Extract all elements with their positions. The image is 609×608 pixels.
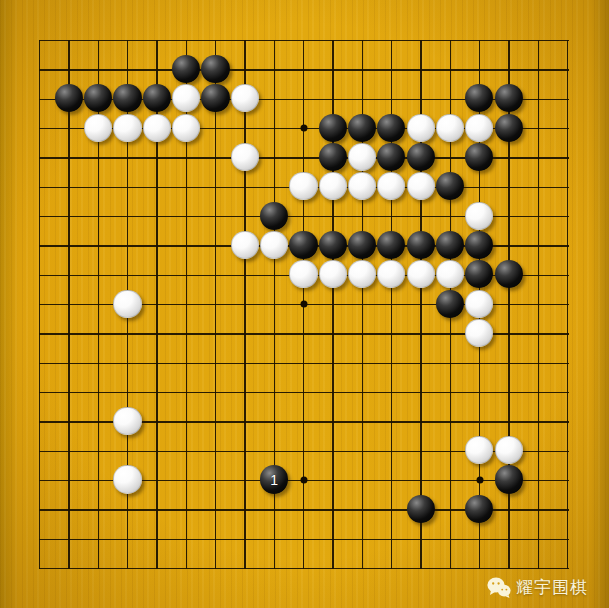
intersection-t6[interactable] bbox=[553, 406, 582, 435]
intersection-o15[interactable] bbox=[406, 142, 435, 171]
intersection-f17[interactable] bbox=[171, 84, 200, 113]
intersection-a3[interactable] bbox=[25, 494, 54, 523]
intersection-g4[interactable] bbox=[201, 465, 230, 494]
intersection-t14[interactable] bbox=[553, 172, 582, 201]
intersection-o4[interactable] bbox=[406, 465, 435, 494]
intersection-h16[interactable] bbox=[230, 113, 259, 142]
intersection-t17[interactable] bbox=[553, 84, 582, 113]
intersection-g14[interactable] bbox=[201, 172, 230, 201]
black-stone[interactable] bbox=[465, 495, 493, 523]
intersection-b5[interactable] bbox=[54, 436, 83, 465]
black-stone[interactable] bbox=[495, 84, 523, 112]
intersection-d5[interactable] bbox=[113, 436, 142, 465]
intersection-d2[interactable] bbox=[113, 524, 142, 553]
intersection-a18[interactable] bbox=[25, 54, 54, 83]
black-stone[interactable] bbox=[319, 114, 347, 142]
black-stone[interactable] bbox=[84, 84, 112, 112]
intersection-n2[interactable] bbox=[377, 524, 406, 553]
intersection-e1[interactable] bbox=[142, 553, 171, 582]
intersection-c13[interactable] bbox=[83, 201, 112, 230]
intersection-a1[interactable] bbox=[25, 553, 54, 582]
intersection-b12[interactable] bbox=[54, 230, 83, 259]
intersection-s7[interactable] bbox=[523, 377, 552, 406]
intersection-l9[interactable] bbox=[318, 318, 347, 347]
intersection-j12[interactable] bbox=[259, 230, 288, 259]
intersection-g11[interactable] bbox=[201, 260, 230, 289]
intersection-j1[interactable] bbox=[259, 553, 288, 582]
white-stone[interactable] bbox=[113, 407, 141, 435]
intersection-o1[interactable] bbox=[406, 553, 435, 582]
intersection-l16[interactable] bbox=[318, 113, 347, 142]
intersection-d10[interactable] bbox=[113, 289, 142, 318]
intersection-r4[interactable] bbox=[494, 465, 523, 494]
intersection-h9[interactable] bbox=[230, 318, 259, 347]
intersection-a10[interactable] bbox=[25, 289, 54, 318]
intersection-f5[interactable] bbox=[171, 436, 200, 465]
intersection-c18[interactable] bbox=[83, 54, 112, 83]
intersection-l1[interactable] bbox=[318, 553, 347, 582]
intersection-o14[interactable] bbox=[406, 172, 435, 201]
intersection-c7[interactable] bbox=[83, 377, 112, 406]
intersection-k4[interactable] bbox=[289, 465, 318, 494]
intersection-c6[interactable] bbox=[83, 406, 112, 435]
intersection-d11[interactable] bbox=[113, 260, 142, 289]
intersection-o16[interactable] bbox=[406, 113, 435, 142]
intersection-l19[interactable] bbox=[318, 25, 347, 54]
intersection-r17[interactable] bbox=[494, 84, 523, 113]
intersection-b7[interactable] bbox=[54, 377, 83, 406]
intersection-c14[interactable] bbox=[83, 172, 112, 201]
intersection-p11[interactable] bbox=[435, 260, 464, 289]
intersection-m15[interactable] bbox=[347, 142, 376, 171]
intersection-g1[interactable] bbox=[201, 553, 230, 582]
intersection-s13[interactable] bbox=[523, 201, 552, 230]
intersection-l13[interactable] bbox=[318, 201, 347, 230]
intersection-p2[interactable] bbox=[435, 524, 464, 553]
intersection-r18[interactable] bbox=[494, 54, 523, 83]
intersection-o6[interactable] bbox=[406, 406, 435, 435]
intersection-k1[interactable] bbox=[289, 553, 318, 582]
intersection-e11[interactable] bbox=[142, 260, 171, 289]
intersection-s12[interactable] bbox=[523, 230, 552, 259]
intersection-m14[interactable] bbox=[347, 172, 376, 201]
intersection-b2[interactable] bbox=[54, 524, 83, 553]
intersection-r12[interactable] bbox=[494, 230, 523, 259]
white-stone[interactable] bbox=[377, 172, 405, 200]
intersection-c17[interactable] bbox=[83, 84, 112, 113]
intersection-p16[interactable] bbox=[435, 113, 464, 142]
intersection-c2[interactable] bbox=[83, 524, 112, 553]
intersection-p9[interactable] bbox=[435, 318, 464, 347]
intersection-a9[interactable] bbox=[25, 318, 54, 347]
intersection-f6[interactable] bbox=[171, 406, 200, 435]
intersection-p17[interactable] bbox=[435, 84, 464, 113]
intersection-q6[interactable] bbox=[465, 406, 494, 435]
intersection-o18[interactable] bbox=[406, 54, 435, 83]
intersection-f19[interactable] bbox=[171, 25, 200, 54]
intersection-n15[interactable] bbox=[377, 142, 406, 171]
intersection-f16[interactable] bbox=[171, 113, 200, 142]
intersection-e17[interactable] bbox=[142, 84, 171, 113]
intersection-d18[interactable] bbox=[113, 54, 142, 83]
intersection-q8[interactable] bbox=[465, 348, 494, 377]
intersection-h13[interactable] bbox=[230, 201, 259, 230]
intersection-m9[interactable] bbox=[347, 318, 376, 347]
intersection-e14[interactable] bbox=[142, 172, 171, 201]
move-1-black-stone[interactable]: 1 bbox=[260, 465, 288, 493]
black-stone[interactable] bbox=[407, 495, 435, 523]
intersection-g10[interactable] bbox=[201, 289, 230, 318]
intersection-h11[interactable] bbox=[230, 260, 259, 289]
intersection-t8[interactable] bbox=[553, 348, 582, 377]
intersection-p6[interactable] bbox=[435, 406, 464, 435]
intersection-o13[interactable] bbox=[406, 201, 435, 230]
intersection-d12[interactable] bbox=[113, 230, 142, 259]
white-stone[interactable] bbox=[231, 143, 259, 171]
intersection-d8[interactable] bbox=[113, 348, 142, 377]
intersection-q3[interactable] bbox=[465, 494, 494, 523]
intersection-k12[interactable] bbox=[289, 230, 318, 259]
black-stone[interactable] bbox=[201, 55, 229, 83]
intersection-h5[interactable] bbox=[230, 436, 259, 465]
intersection-l11[interactable] bbox=[318, 260, 347, 289]
intersection-p13[interactable] bbox=[435, 201, 464, 230]
intersection-h8[interactable] bbox=[230, 348, 259, 377]
intersection-e15[interactable] bbox=[142, 142, 171, 171]
intersection-l5[interactable] bbox=[318, 436, 347, 465]
intersection-k13[interactable] bbox=[289, 201, 318, 230]
intersection-h1[interactable] bbox=[230, 553, 259, 582]
go-board[interactable]: 1 bbox=[25, 25, 582, 582]
intersection-b1[interactable] bbox=[54, 553, 83, 582]
intersection-q7[interactable] bbox=[465, 377, 494, 406]
intersection-t3[interactable] bbox=[553, 494, 582, 523]
intersection-e18[interactable] bbox=[142, 54, 171, 83]
intersection-b4[interactable] bbox=[54, 465, 83, 494]
intersection-a13[interactable] bbox=[25, 201, 54, 230]
intersection-n10[interactable] bbox=[377, 289, 406, 318]
intersection-j8[interactable] bbox=[259, 348, 288, 377]
intersection-a2[interactable] bbox=[25, 524, 54, 553]
intersection-t11[interactable] bbox=[553, 260, 582, 289]
white-stone[interactable] bbox=[465, 436, 493, 464]
intersection-r19[interactable] bbox=[494, 25, 523, 54]
intersection-s9[interactable] bbox=[523, 318, 552, 347]
intersection-f10[interactable] bbox=[171, 289, 200, 318]
intersection-e19[interactable] bbox=[142, 25, 171, 54]
intersection-f7[interactable] bbox=[171, 377, 200, 406]
intersection-r2[interactable] bbox=[494, 524, 523, 553]
intersection-d1[interactable] bbox=[113, 553, 142, 582]
intersection-a5[interactable] bbox=[25, 436, 54, 465]
intersection-m8[interactable] bbox=[347, 348, 376, 377]
intersection-k9[interactable] bbox=[289, 318, 318, 347]
intersection-j17[interactable] bbox=[259, 84, 288, 113]
intersection-e3[interactable] bbox=[142, 494, 171, 523]
intersection-o12[interactable] bbox=[406, 230, 435, 259]
intersection-h15[interactable] bbox=[230, 142, 259, 171]
intersection-l6[interactable] bbox=[318, 406, 347, 435]
intersection-q10[interactable] bbox=[465, 289, 494, 318]
intersection-m18[interactable] bbox=[347, 54, 376, 83]
intersection-s18[interactable] bbox=[523, 54, 552, 83]
intersection-t13[interactable] bbox=[553, 201, 582, 230]
white-stone[interactable] bbox=[465, 202, 493, 230]
intersection-l10[interactable] bbox=[318, 289, 347, 318]
intersection-g16[interactable] bbox=[201, 113, 230, 142]
intersection-q15[interactable] bbox=[465, 142, 494, 171]
intersection-f11[interactable] bbox=[171, 260, 200, 289]
white-stone[interactable] bbox=[319, 172, 347, 200]
white-stone[interactable] bbox=[407, 260, 435, 288]
intersection-m10[interactable] bbox=[347, 289, 376, 318]
intersection-p4[interactable] bbox=[435, 465, 464, 494]
black-stone[interactable] bbox=[348, 231, 376, 259]
intersection-p15[interactable] bbox=[435, 142, 464, 171]
intersection-b14[interactable] bbox=[54, 172, 83, 201]
intersection-o10[interactable] bbox=[406, 289, 435, 318]
intersection-f14[interactable] bbox=[171, 172, 200, 201]
intersection-h14[interactable] bbox=[230, 172, 259, 201]
black-stone[interactable] bbox=[495, 114, 523, 142]
black-stone[interactable] bbox=[436, 290, 464, 318]
intersection-m1[interactable] bbox=[347, 553, 376, 582]
intersection-d16[interactable] bbox=[113, 113, 142, 142]
intersection-n14[interactable] bbox=[377, 172, 406, 201]
intersection-l17[interactable] bbox=[318, 84, 347, 113]
intersection-c5[interactable] bbox=[83, 436, 112, 465]
intersection-s3[interactable] bbox=[523, 494, 552, 523]
intersection-g7[interactable] bbox=[201, 377, 230, 406]
intersection-n9[interactable] bbox=[377, 318, 406, 347]
intersection-m4[interactable] bbox=[347, 465, 376, 494]
intersection-a8[interactable] bbox=[25, 348, 54, 377]
intersection-c1[interactable] bbox=[83, 553, 112, 582]
intersection-q14[interactable] bbox=[465, 172, 494, 201]
intersection-h6[interactable] bbox=[230, 406, 259, 435]
black-stone[interactable] bbox=[260, 202, 288, 230]
intersection-b6[interactable] bbox=[54, 406, 83, 435]
intersection-a15[interactable] bbox=[25, 142, 54, 171]
intersection-k16[interactable] bbox=[289, 113, 318, 142]
intersection-h3[interactable] bbox=[230, 494, 259, 523]
white-stone[interactable] bbox=[231, 84, 259, 112]
intersection-r9[interactable] bbox=[494, 318, 523, 347]
intersection-p7[interactable] bbox=[435, 377, 464, 406]
intersection-m3[interactable] bbox=[347, 494, 376, 523]
black-stone[interactable] bbox=[143, 84, 171, 112]
intersection-l12[interactable] bbox=[318, 230, 347, 259]
intersection-d3[interactable] bbox=[113, 494, 142, 523]
intersection-d17[interactable] bbox=[113, 84, 142, 113]
intersection-p5[interactable] bbox=[435, 436, 464, 465]
intersection-q2[interactable] bbox=[465, 524, 494, 553]
intersection-a12[interactable] bbox=[25, 230, 54, 259]
intersection-k17[interactable] bbox=[289, 84, 318, 113]
intersection-m16[interactable] bbox=[347, 113, 376, 142]
intersection-b3[interactable] bbox=[54, 494, 83, 523]
intersection-j11[interactable] bbox=[259, 260, 288, 289]
intersection-r10[interactable] bbox=[494, 289, 523, 318]
black-stone[interactable] bbox=[377, 143, 405, 171]
black-stone[interactable] bbox=[319, 143, 347, 171]
intersection-c12[interactable] bbox=[83, 230, 112, 259]
intersection-g17[interactable] bbox=[201, 84, 230, 113]
black-stone[interactable] bbox=[465, 260, 493, 288]
intersection-b9[interactable] bbox=[54, 318, 83, 347]
intersection-d13[interactable] bbox=[113, 201, 142, 230]
intersection-l14[interactable] bbox=[318, 172, 347, 201]
intersection-q18[interactable] bbox=[465, 54, 494, 83]
white-stone[interactable] bbox=[348, 143, 376, 171]
intersection-d6[interactable] bbox=[113, 406, 142, 435]
black-stone[interactable] bbox=[436, 231, 464, 259]
intersection-e13[interactable] bbox=[142, 201, 171, 230]
intersection-c8[interactable] bbox=[83, 348, 112, 377]
intersection-m11[interactable] bbox=[347, 260, 376, 289]
intersection-b19[interactable] bbox=[54, 25, 83, 54]
intersection-n19[interactable] bbox=[377, 25, 406, 54]
white-stone[interactable] bbox=[436, 260, 464, 288]
intersection-m5[interactable] bbox=[347, 436, 376, 465]
intersection-p12[interactable] bbox=[435, 230, 464, 259]
white-stone[interactable] bbox=[465, 114, 493, 142]
intersection-m6[interactable] bbox=[347, 406, 376, 435]
intersection-f8[interactable] bbox=[171, 348, 200, 377]
white-stone[interactable] bbox=[377, 260, 405, 288]
white-stone[interactable] bbox=[465, 290, 493, 318]
intersection-q17[interactable] bbox=[465, 84, 494, 113]
intersection-g12[interactable] bbox=[201, 230, 230, 259]
intersection-e6[interactable] bbox=[142, 406, 171, 435]
intersection-r16[interactable] bbox=[494, 113, 523, 142]
intersection-f13[interactable] bbox=[171, 201, 200, 230]
intersection-t7[interactable] bbox=[553, 377, 582, 406]
intersection-a16[interactable] bbox=[25, 113, 54, 142]
intersection-o3[interactable] bbox=[406, 494, 435, 523]
intersection-k3[interactable] bbox=[289, 494, 318, 523]
intersection-f15[interactable] bbox=[171, 142, 200, 171]
intersection-g3[interactable] bbox=[201, 494, 230, 523]
intersection-d4[interactable] bbox=[113, 465, 142, 494]
intersection-a6[interactable] bbox=[25, 406, 54, 435]
black-stone[interactable] bbox=[407, 231, 435, 259]
intersection-j3[interactable] bbox=[259, 494, 288, 523]
intersection-a11[interactable] bbox=[25, 260, 54, 289]
intersection-e7[interactable] bbox=[142, 377, 171, 406]
intersection-g19[interactable] bbox=[201, 25, 230, 54]
intersection-l18[interactable] bbox=[318, 54, 347, 83]
intersection-j13[interactable] bbox=[259, 201, 288, 230]
intersection-k15[interactable] bbox=[289, 142, 318, 171]
intersection-l2[interactable] bbox=[318, 524, 347, 553]
intersection-f12[interactable] bbox=[171, 230, 200, 259]
intersection-j7[interactable] bbox=[259, 377, 288, 406]
intersection-r14[interactable] bbox=[494, 172, 523, 201]
intersection-j5[interactable] bbox=[259, 436, 288, 465]
white-stone[interactable] bbox=[407, 114, 435, 142]
intersection-t16[interactable] bbox=[553, 113, 582, 142]
intersection-k7[interactable] bbox=[289, 377, 318, 406]
intersection-b15[interactable] bbox=[54, 142, 83, 171]
intersection-k6[interactable] bbox=[289, 406, 318, 435]
intersection-c15[interactable] bbox=[83, 142, 112, 171]
intersection-j6[interactable] bbox=[259, 406, 288, 435]
intersection-s10[interactable] bbox=[523, 289, 552, 318]
white-stone[interactable] bbox=[319, 260, 347, 288]
white-stone[interactable] bbox=[143, 114, 171, 142]
black-stone[interactable] bbox=[495, 465, 523, 493]
intersection-m2[interactable] bbox=[347, 524, 376, 553]
intersection-h19[interactable] bbox=[230, 25, 259, 54]
intersection-s11[interactable] bbox=[523, 260, 552, 289]
intersection-k10[interactable] bbox=[289, 289, 318, 318]
intersection-c10[interactable] bbox=[83, 289, 112, 318]
intersection-g9[interactable] bbox=[201, 318, 230, 347]
intersection-h12[interactable] bbox=[230, 230, 259, 259]
intersection-l15[interactable] bbox=[318, 142, 347, 171]
white-stone[interactable] bbox=[465, 319, 493, 347]
intersection-n1[interactable] bbox=[377, 553, 406, 582]
intersection-n11[interactable] bbox=[377, 260, 406, 289]
intersection-s2[interactable] bbox=[523, 524, 552, 553]
black-stone[interactable] bbox=[436, 172, 464, 200]
intersection-a4[interactable] bbox=[25, 465, 54, 494]
intersection-q16[interactable] bbox=[465, 113, 494, 142]
intersection-m13[interactable] bbox=[347, 201, 376, 230]
white-stone[interactable] bbox=[407, 172, 435, 200]
intersection-m19[interactable] bbox=[347, 25, 376, 54]
intersection-r6[interactable] bbox=[494, 406, 523, 435]
intersection-k19[interactable] bbox=[289, 25, 318, 54]
intersection-g15[interactable] bbox=[201, 142, 230, 171]
intersection-s15[interactable] bbox=[523, 142, 552, 171]
intersection-g13[interactable] bbox=[201, 201, 230, 230]
black-stone[interactable] bbox=[377, 114, 405, 142]
intersection-g6[interactable] bbox=[201, 406, 230, 435]
intersection-h18[interactable] bbox=[230, 54, 259, 83]
intersection-m7[interactable] bbox=[347, 377, 376, 406]
white-stone[interactable] bbox=[289, 172, 317, 200]
intersection-j10[interactable] bbox=[259, 289, 288, 318]
intersection-r11[interactable] bbox=[494, 260, 523, 289]
intersection-b8[interactable] bbox=[54, 348, 83, 377]
intersection-r13[interactable] bbox=[494, 201, 523, 230]
intersection-l7[interactable] bbox=[318, 377, 347, 406]
intersection-e5[interactable] bbox=[142, 436, 171, 465]
intersection-e12[interactable] bbox=[142, 230, 171, 259]
black-stone[interactable] bbox=[465, 143, 493, 171]
intersection-r3[interactable] bbox=[494, 494, 523, 523]
intersection-t19[interactable] bbox=[553, 25, 582, 54]
intersection-h4[interactable] bbox=[230, 465, 259, 494]
intersection-p18[interactable] bbox=[435, 54, 464, 83]
intersection-s6[interactable] bbox=[523, 406, 552, 435]
intersection-d14[interactable] bbox=[113, 172, 142, 201]
intersection-b10[interactable] bbox=[54, 289, 83, 318]
intersection-s8[interactable] bbox=[523, 348, 552, 377]
intersection-f18[interactable] bbox=[171, 54, 200, 83]
intersection-c9[interactable] bbox=[83, 318, 112, 347]
white-stone[interactable] bbox=[113, 290, 141, 318]
black-stone[interactable] bbox=[172, 55, 200, 83]
intersection-o19[interactable] bbox=[406, 25, 435, 54]
intersection-l4[interactable] bbox=[318, 465, 347, 494]
intersection-l3[interactable] bbox=[318, 494, 347, 523]
intersection-j18[interactable] bbox=[259, 54, 288, 83]
intersection-q4[interactable] bbox=[465, 465, 494, 494]
intersection-n8[interactable] bbox=[377, 348, 406, 377]
